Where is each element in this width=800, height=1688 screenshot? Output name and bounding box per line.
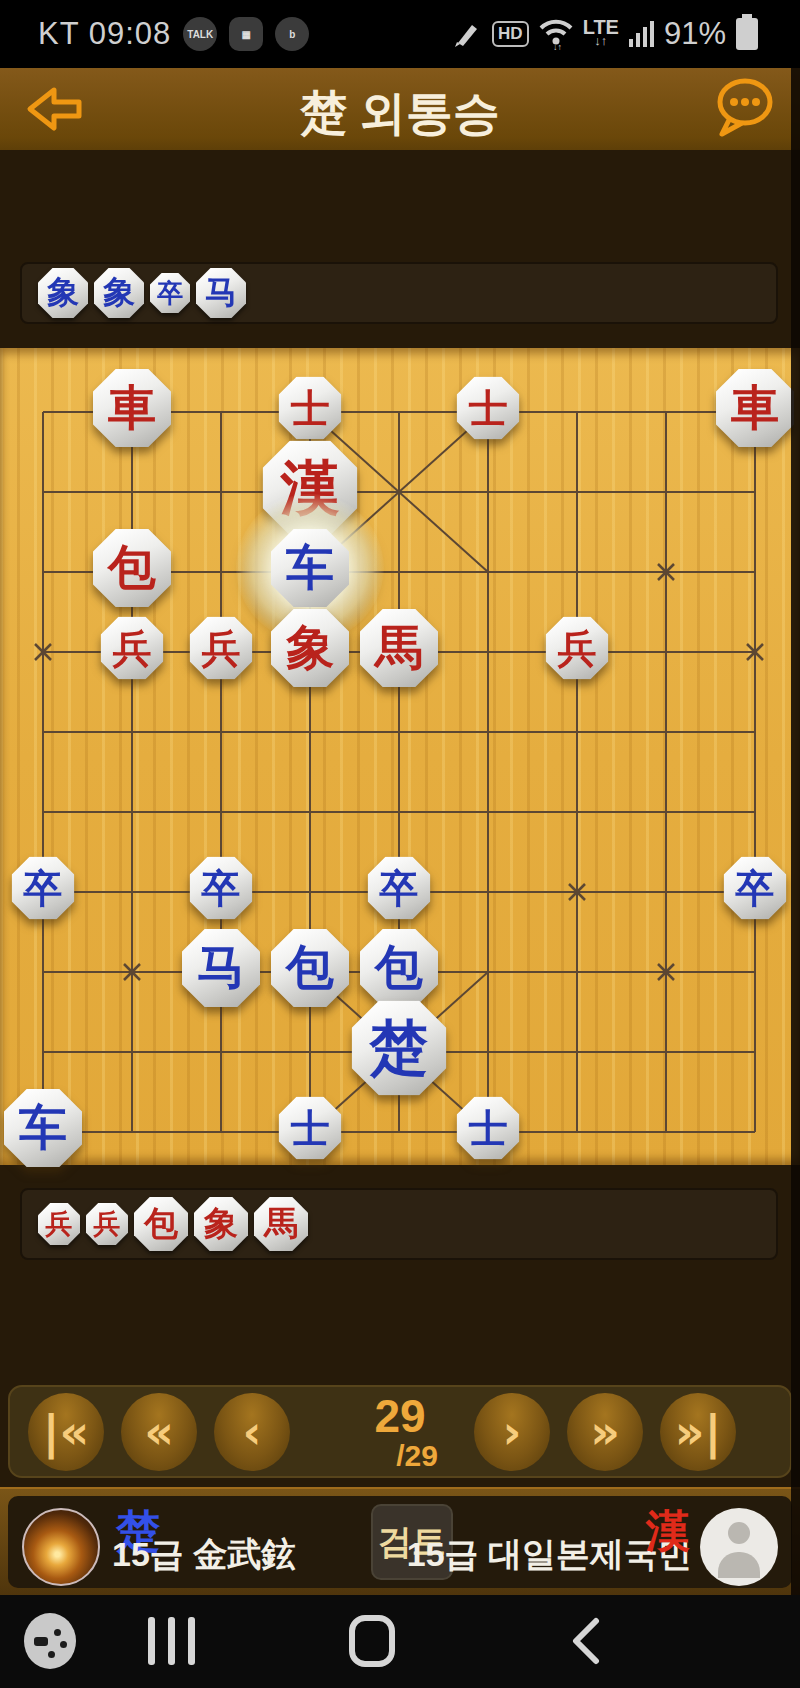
red-captured-piece: 兵 (86, 1203, 128, 1245)
piece-glyph: 包 (360, 929, 438, 1007)
red-soldier[interactable]: 兵 (190, 617, 253, 680)
piece-glyph: 象 (271, 609, 349, 687)
hd-icon: HD (492, 21, 529, 47)
piece-glyph: 楚 (352, 1001, 447, 1096)
red-chariot[interactable]: 車 (93, 369, 171, 447)
piece-glyph: 兵 (546, 617, 609, 680)
captured-tray-blue: 象象卒马 (20, 262, 778, 324)
janggi-board[interactable]: 車士士車漢包车兵兵象馬兵卒卒卒卒马包包楚车士士 (0, 348, 800, 1165)
bixby-icon: b (275, 17, 309, 51)
piece-glyph: 车 (271, 529, 349, 607)
blue-chariot[interactable]: 车 (271, 529, 349, 607)
piece-glyph: 卒 (12, 857, 75, 920)
title-bar: 楚 외통승 (0, 68, 800, 150)
blue-guard[interactable]: 士 (279, 1097, 342, 1160)
carrier-time: KT 09:08 (38, 16, 171, 52)
han-side-glyph: 漢 (646, 1502, 690, 1561)
game-launcher-icon[interactable] (24, 1613, 76, 1669)
han-player-avatar[interactable] (700, 1508, 778, 1586)
kakaotalk-icon: TALK (183, 17, 217, 51)
piece-glyph: 馬 (254, 1197, 308, 1251)
stylus-icon (452, 19, 482, 49)
signal-bars (629, 21, 654, 47)
player-bar-panel: 楚 15급 金武鉉 검토 15급 대일본제국민 漢 (8, 1496, 792, 1588)
svg-text:↓↑: ↓↑ (553, 42, 562, 50)
piece-glyph: 兵 (86, 1203, 128, 1245)
piece-glyph: 士 (279, 1097, 342, 1160)
blue-captured-piece: 象 (94, 268, 144, 318)
blue-cannon[interactable]: 包 (271, 929, 349, 1007)
piece-glyph: 車 (716, 369, 794, 447)
piece-glyph: 卒 (150, 273, 190, 313)
blue-soldier[interactable]: 卒 (724, 857, 787, 920)
person-silhouette-icon (728, 1522, 750, 1544)
piece-glyph: 卒 (724, 857, 787, 920)
piece-glyph: 卒 (190, 857, 253, 920)
blue-guard[interactable]: 士 (457, 1097, 520, 1160)
app-screen: KT 09:08 TALK ▦ b HD ↓↑ LTE↓↑ 91% (0, 0, 800, 1688)
piece-glyph: 车 (4, 1089, 82, 1167)
status-right: HD ↓↑ LTE↓↑ 91% (452, 0, 758, 68)
red-captured-piece: 兵 (38, 1203, 80, 1245)
lte-label: LTE↓↑ (583, 20, 619, 48)
piece-glyph: 马 (182, 929, 260, 1007)
blue-soldier[interactable]: 卒 (368, 857, 431, 920)
first-move-button[interactable]: |« (28, 1393, 104, 1471)
red-horse[interactable]: 馬 (360, 609, 438, 687)
fast-forward-button[interactable]: » (567, 1393, 643, 1471)
piece-glyph: 兵 (38, 1203, 80, 1245)
piece-glyph: 象 (94, 268, 144, 318)
piece-glyph: 車 (93, 369, 171, 447)
red-chariot[interactable]: 車 (716, 369, 794, 447)
forward-button[interactable]: › (474, 1393, 550, 1471)
piece-glyph: 兵 (190, 617, 253, 680)
red-guard[interactable]: 士 (457, 377, 520, 440)
piece-glyph: 包 (134, 1197, 188, 1251)
move-counter: 29 /29 (340, 1393, 460, 1471)
red-captured-piece: 象 (194, 1197, 248, 1251)
last-move-button[interactable]: »| (660, 1393, 736, 1471)
piece-glyph: 士 (279, 377, 342, 440)
chat-button[interactable] (714, 76, 774, 142)
red-elephant[interactable]: 象 (271, 609, 349, 687)
piece-glyph: 包 (93, 529, 171, 607)
memo-app-icon: ▦ (229, 17, 263, 51)
status-bar: KT 09:08 TALK ▦ b HD ↓↑ LTE↓↑ 91% (0, 0, 800, 68)
red-captured-piece: 馬 (254, 1197, 308, 1251)
blue-soldier[interactable]: 卒 (190, 857, 253, 920)
cho-player-name: 15급 金武鉉 (112, 1532, 295, 1578)
fast-back-button[interactable]: « (121, 1393, 197, 1471)
move-total: /29 (374, 1441, 460, 1471)
wifi-icon: ↓↑ (539, 18, 573, 50)
blue-horse[interactable]: 马 (182, 929, 260, 1007)
piece-glyph: 士 (457, 1097, 520, 1160)
piece-glyph: 象 (194, 1197, 248, 1251)
blue-captured-piece: 象 (38, 268, 88, 318)
page-title: 楚 외통승 (0, 82, 800, 145)
red-soldier[interactable]: 兵 (101, 617, 164, 680)
recents-icon[interactable] (148, 1617, 195, 1665)
red-guard[interactable]: 士 (279, 377, 342, 440)
move-navigation-panel: 29 /29 |««‹›»»| (8, 1385, 792, 1478)
status-left: KT 09:08 TALK ▦ b (38, 0, 309, 68)
player-bar: 楚 15급 金武鉉 검토 15급 대일본제국민 漢 (0, 1487, 800, 1595)
blue-king[interactable]: 楚 (352, 1001, 447, 1096)
back-icon[interactable] (566, 1617, 606, 1665)
android-navigation-bar (0, 1595, 800, 1688)
piece-glyph: 馬 (360, 609, 438, 687)
piece-glyph: 象 (38, 268, 88, 318)
piece-glyph: 马 (196, 268, 246, 318)
piece-glyph: 包 (271, 929, 349, 1007)
screen-edge-shade (791, 68, 800, 1595)
blue-captured-piece: 卒 (150, 273, 190, 313)
home-icon[interactable] (349, 1615, 395, 1667)
piece-glyph: 士 (457, 377, 520, 440)
battery-percent: 91% (664, 16, 726, 52)
chat-bubble-icon (714, 76, 774, 142)
blue-cannon[interactable]: 包 (360, 929, 438, 1007)
battery-icon (736, 18, 758, 50)
red-cannon[interactable]: 包 (93, 529, 171, 607)
cho-player-avatar[interactable] (22, 1508, 100, 1586)
blue-soldier[interactable]: 卒 (12, 857, 75, 920)
red-soldier[interactable]: 兵 (546, 617, 609, 680)
blue-captured-piece: 马 (196, 268, 246, 318)
piece-glyph: 卒 (368, 857, 431, 920)
blue-chariot[interactable]: 车 (4, 1089, 82, 1167)
piece-glyph: 兵 (101, 617, 164, 680)
move-current: 29 (340, 1393, 460, 1439)
red-captured-piece: 包 (134, 1197, 188, 1251)
back-button[interactable]: ‹ (214, 1393, 290, 1471)
captured-tray-red: 兵兵包象馬 (20, 1188, 778, 1260)
